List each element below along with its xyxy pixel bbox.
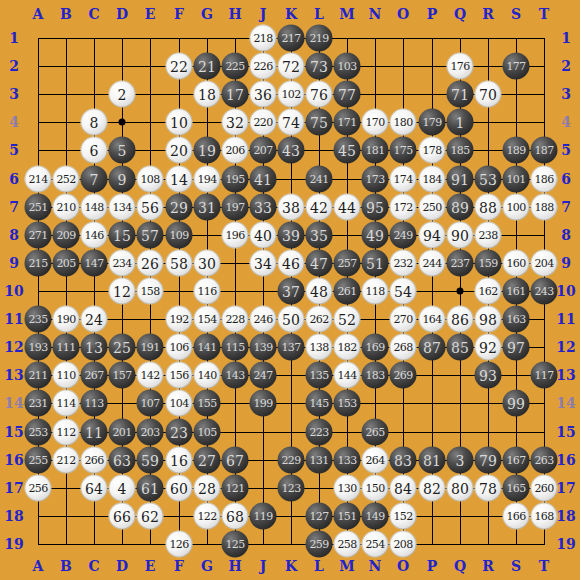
- stone-move-number: 263: [534, 455, 553, 466]
- black-stone[interactable]: 243: [531, 278, 558, 305]
- stone-move-number: 266: [84, 455, 103, 466]
- white-stone[interactable]: 264: [362, 447, 389, 474]
- black-stone[interactable]: 263: [531, 447, 558, 474]
- white-stone[interactable]: 66: [109, 503, 136, 530]
- white-stone[interactable]: 266: [81, 447, 108, 474]
- black-stone[interactable]: 217: [278, 25, 305, 52]
- column-label-top: G: [201, 6, 213, 22]
- black-stone[interactable]: 187: [531, 137, 558, 164]
- black-stone[interactable]: 237: [447, 250, 474, 277]
- white-stone[interactable]: 270: [390, 306, 417, 333]
- white-stone[interactable]: 74: [278, 109, 305, 136]
- white-stone[interactable]: 94: [419, 222, 446, 249]
- go-board[interactable]: AABBCCDDEEFFGGHHJJKKLLMMNNOOPPQQRRSSTT11…: [0, 0, 580, 580]
- white-stone[interactable]: 212: [53, 447, 80, 474]
- black-stone[interactable]: 255: [25, 447, 52, 474]
- stone-move-number: 122: [197, 511, 216, 522]
- stone-move-number: 4: [118, 481, 127, 495]
- white-stone[interactable]: 112: [53, 419, 80, 446]
- black-stone[interactable]: 175: [390, 137, 417, 164]
- white-stone[interactable]: 58: [166, 250, 193, 277]
- black-stone[interactable]: 131: [306, 447, 333, 474]
- row-label-right: 13: [556, 367, 575, 383]
- black-stone[interactable]: 75: [306, 109, 333, 136]
- white-stone[interactable]: 138: [306, 334, 333, 361]
- black-stone[interactable]: 85: [447, 334, 474, 361]
- black-stone[interactable]: 205: [53, 250, 80, 277]
- white-stone[interactable]: 102: [278, 81, 305, 108]
- black-stone[interactable]: 91: [447, 166, 474, 193]
- white-stone[interactable]: 22: [166, 53, 193, 80]
- black-stone[interactable]: 153: [334, 390, 361, 417]
- column-label-top: O: [397, 6, 409, 22]
- white-stone[interactable]: 6: [81, 137, 108, 164]
- stone-move-number: 66: [113, 509, 131, 523]
- column-label-bottom: C: [88, 558, 99, 574]
- white-stone[interactable]: 106: [166, 334, 193, 361]
- black-stone[interactable]: 223: [306, 419, 333, 446]
- white-stone[interactable]: 208: [390, 531, 417, 558]
- white-stone[interactable]: 182: [334, 334, 361, 361]
- stone-move-number: 77: [338, 87, 356, 101]
- stone-move-number: 209: [56, 230, 75, 241]
- stone-move-number: 187: [534, 145, 553, 156]
- black-stone[interactable]: 25: [109, 334, 136, 361]
- stone-move-number: 246: [253, 314, 272, 325]
- white-stone[interactable]: 140: [194, 362, 221, 389]
- white-stone[interactable]: 52: [334, 306, 361, 333]
- black-stone[interactable]: 15: [109, 222, 136, 249]
- white-stone[interactable]: 16: [166, 447, 193, 474]
- black-stone[interactable]: 271: [25, 222, 52, 249]
- white-stone[interactable]: 56: [137, 194, 164, 221]
- stone-move-number: 141: [197, 342, 216, 353]
- black-stone[interactable]: 269: [390, 362, 417, 389]
- black-stone[interactable]: 17: [222, 81, 249, 108]
- stone-move-number: 121: [225, 483, 244, 494]
- white-stone[interactable]: 10: [166, 109, 193, 136]
- black-stone[interactable]: 203: [137, 419, 164, 446]
- black-stone[interactable]: 225: [222, 53, 249, 80]
- white-stone[interactable]: 180: [390, 109, 417, 136]
- white-stone[interactable]: 100: [503, 194, 530, 221]
- white-stone[interactable]: 62: [137, 503, 164, 530]
- black-stone[interactable]: 71: [447, 81, 474, 108]
- black-stone[interactable]: 163: [503, 306, 530, 333]
- black-stone[interactable]: 119: [250, 503, 277, 530]
- black-stone[interactable]: 133: [334, 447, 361, 474]
- stone-move-number: 90: [451, 228, 469, 242]
- black-stone[interactable]: 45: [334, 137, 361, 164]
- row-label-right: 5: [561, 142, 571, 158]
- stone-move-number: 137: [281, 342, 300, 353]
- black-stone[interactable]: 57: [137, 222, 164, 249]
- white-stone[interactable]: 186: [531, 166, 558, 193]
- black-stone[interactable]: 173: [362, 166, 389, 193]
- black-stone[interactable]: 79: [475, 447, 502, 474]
- stone-move-number: 247: [253, 370, 272, 381]
- stone-move-number: 25: [113, 340, 131, 354]
- white-stone[interactable]: 8: [81, 109, 108, 136]
- white-stone[interactable]: 98: [475, 306, 502, 333]
- black-stone[interactable]: 77: [334, 81, 361, 108]
- white-stone[interactable]: 262: [306, 306, 333, 333]
- black-stone[interactable]: 127: [306, 503, 333, 530]
- white-stone[interactable]: 30: [194, 250, 221, 277]
- black-stone[interactable]: 181: [362, 137, 389, 164]
- black-stone[interactable]: 261: [334, 278, 361, 305]
- stone-move-number: 86: [451, 312, 469, 326]
- row-label-left: 8: [9, 227, 19, 243]
- black-stone[interactable]: 125: [222, 531, 249, 558]
- white-stone[interactable]: 154: [194, 306, 221, 333]
- black-stone[interactable]: 81: [419, 447, 446, 474]
- column-label-top: B: [60, 6, 72, 22]
- black-stone[interactable]: 93: [475, 362, 502, 389]
- black-stone[interactable]: 39: [278, 222, 305, 249]
- white-stone[interactable]: 14: [166, 166, 193, 193]
- white-stone[interactable]: 116: [194, 278, 221, 305]
- white-stone[interactable]: 246: [250, 306, 277, 333]
- black-stone[interactable]: 251: [25, 194, 52, 221]
- white-stone[interactable]: 206: [222, 137, 249, 164]
- white-stone[interactable]: 36: [250, 81, 277, 108]
- white-stone[interactable]: 170: [362, 109, 389, 136]
- stone-move-number: 197: [225, 202, 244, 213]
- black-stone[interactable]: 109: [166, 222, 193, 249]
- stone-move-number: 151: [337, 511, 356, 522]
- white-stone[interactable]: 144: [334, 362, 361, 389]
- black-stone[interactable]: 265: [362, 419, 389, 446]
- black-stone[interactable]: 139: [250, 334, 277, 361]
- black-stone[interactable]: 219: [306, 25, 333, 52]
- black-stone[interactable]: 43: [278, 137, 305, 164]
- black-stone[interactable]: 185: [447, 137, 474, 164]
- white-stone[interactable]: 238: [475, 222, 502, 249]
- white-stone[interactable]: 194: [194, 166, 221, 193]
- white-stone[interactable]: 76: [306, 81, 333, 108]
- white-stone[interactable]: 68: [222, 503, 249, 530]
- black-stone[interactable]: 247: [250, 362, 277, 389]
- black-stone[interactable]: 201: [109, 419, 136, 446]
- white-stone[interactable]: 2: [109, 81, 136, 108]
- row-label-right: 10: [556, 283, 575, 299]
- white-stone[interactable]: 176: [447, 53, 474, 80]
- white-stone[interactable]: 84: [390, 475, 417, 502]
- stone-move-number: 171: [337, 117, 356, 128]
- white-stone[interactable]: 252: [53, 166, 80, 193]
- white-stone[interactable]: 166: [503, 503, 530, 530]
- black-stone[interactable]: 33: [250, 194, 277, 221]
- white-stone[interactable]: 220: [250, 109, 277, 136]
- black-stone[interactable]: 191: [137, 334, 164, 361]
- stone-move-number: 158: [140, 286, 159, 297]
- column-label-top: F: [174, 6, 184, 22]
- black-stone[interactable]: 147: [81, 250, 108, 277]
- black-stone[interactable]: 27: [194, 447, 221, 474]
- white-stone[interactable]: 164: [419, 306, 446, 333]
- white-stone[interactable]: 204: [531, 250, 558, 277]
- black-stone[interactable]: 19: [194, 137, 221, 164]
- black-stone[interactable]: 1: [447, 109, 474, 136]
- black-stone[interactable]: 169: [362, 334, 389, 361]
- stone-move-number: 112: [56, 427, 75, 438]
- black-stone[interactable]: 111: [53, 334, 80, 361]
- white-stone[interactable]: 34: [250, 250, 277, 277]
- black-stone[interactable]: 53: [475, 166, 502, 193]
- black-stone[interactable]: 63: [109, 447, 136, 474]
- white-stone[interactable]: 70: [475, 81, 502, 108]
- stone-move-number: 95: [366, 200, 384, 214]
- black-stone[interactable]: 157: [109, 362, 136, 389]
- white-stone[interactable]: 168: [531, 503, 558, 530]
- black-stone[interactable]: 143: [222, 362, 249, 389]
- black-stone[interactable]: 197: [222, 194, 249, 221]
- white-stone[interactable]: 104: [166, 390, 193, 417]
- black-stone[interactable]: 199: [250, 390, 277, 417]
- stone-move-number: 212: [56, 455, 75, 466]
- black-stone[interactable]: 87: [419, 334, 446, 361]
- white-stone[interactable]: 162: [475, 278, 502, 305]
- black-stone[interactable]: 35: [306, 222, 333, 249]
- black-stone[interactable]: 117: [531, 362, 558, 389]
- white-stone[interactable]: 46: [278, 250, 305, 277]
- white-stone[interactable]: 210: [53, 194, 80, 221]
- black-stone[interactable]: 97: [503, 334, 530, 361]
- white-stone[interactable]: 114: [53, 390, 80, 417]
- white-stone[interactable]: 40: [250, 222, 277, 249]
- black-stone[interactable]: 101: [503, 166, 530, 193]
- white-stone[interactable]: 26: [137, 250, 164, 277]
- white-stone[interactable]: 38: [278, 194, 305, 221]
- white-stone[interactable]: 50: [278, 306, 305, 333]
- white-stone[interactable]: 268: [390, 334, 417, 361]
- white-stone[interactable]: 86: [447, 306, 474, 333]
- stone-move-number: 84: [394, 481, 412, 495]
- white-stone[interactable]: 244: [419, 250, 446, 277]
- black-stone[interactable]: 141: [194, 334, 221, 361]
- white-stone[interactable]: 44: [334, 194, 361, 221]
- stone-move-number: 18: [198, 87, 216, 101]
- black-stone[interactable]: 59: [137, 447, 164, 474]
- black-stone[interactable]: 103: [334, 53, 361, 80]
- black-stone[interactable]: 113: [81, 390, 108, 417]
- black-stone[interactable]: 37: [278, 278, 305, 305]
- white-stone[interactable]: 156: [166, 362, 193, 389]
- stone-move-number: 154: [197, 314, 216, 325]
- black-stone[interactable]: 249: [390, 222, 417, 249]
- white-stone[interactable]: 148: [81, 194, 108, 221]
- stone-move-number: 237: [450, 258, 469, 269]
- white-stone[interactable]: 152: [390, 503, 417, 530]
- stone-move-number: 210: [56, 202, 75, 213]
- white-stone[interactable]: 42: [306, 194, 333, 221]
- white-stone[interactable]: 158: [137, 278, 164, 305]
- white-stone[interactable]: 18: [194, 81, 221, 108]
- white-stone[interactable]: 228: [222, 306, 249, 333]
- stone-move-number: 23: [170, 425, 188, 439]
- black-stone[interactable]: 161: [503, 278, 530, 305]
- black-stone[interactable]: 21: [194, 53, 221, 80]
- white-stone[interactable]: 108: [137, 166, 164, 193]
- white-stone[interactable]: 110: [53, 362, 80, 389]
- black-stone[interactable]: 231: [25, 390, 52, 417]
- white-stone[interactable]: 192: [166, 306, 193, 333]
- white-stone[interactable]: 214: [25, 166, 52, 193]
- white-stone[interactable]: 32: [222, 109, 249, 136]
- white-stone[interactable]: 64: [81, 475, 108, 502]
- black-stone[interactable]: 121: [222, 475, 249, 502]
- black-stone[interactable]: 47: [306, 250, 333, 277]
- black-stone[interactable]: 155: [194, 390, 221, 417]
- black-stone[interactable]: 151: [334, 503, 361, 530]
- black-stone[interactable]: 49: [362, 222, 389, 249]
- white-stone[interactable]: 218: [250, 25, 277, 52]
- white-stone[interactable]: 12: [109, 278, 136, 305]
- white-stone[interactable]: 126: [166, 531, 193, 558]
- white-stone[interactable]: 172: [390, 194, 417, 221]
- white-stone[interactable]: 174: [390, 166, 417, 193]
- stone-move-number: 199: [253, 398, 272, 409]
- stone-move-number: 118: [365, 286, 384, 297]
- stone-move-number: 223: [309, 427, 328, 438]
- black-stone[interactable]: 67: [222, 447, 249, 474]
- white-stone[interactable]: 258: [334, 531, 361, 558]
- black-stone[interactable]: 7: [81, 166, 108, 193]
- white-stone[interactable]: 150: [362, 475, 389, 502]
- white-stone[interactable]: 48: [306, 278, 333, 305]
- black-stone[interactable]: 195: [222, 166, 249, 193]
- black-stone[interactable]: 253: [25, 419, 52, 446]
- black-stone[interactable]: 95: [362, 194, 389, 221]
- stone-move-number: 76: [310, 87, 328, 101]
- black-stone[interactable]: 9: [109, 166, 136, 193]
- white-stone[interactable]: 72: [278, 53, 305, 80]
- white-stone[interactable]: 80: [447, 475, 474, 502]
- white-stone[interactable]: 234: [109, 250, 136, 277]
- stone-move-number: 29: [170, 200, 188, 214]
- black-stone[interactable]: 171: [334, 109, 361, 136]
- white-stone[interactable]: 28: [194, 475, 221, 502]
- black-stone[interactable]: 5: [109, 137, 136, 164]
- black-stone[interactable]: 145: [306, 390, 333, 417]
- black-stone[interactable]: 123: [278, 475, 305, 502]
- black-stone[interactable]: 89: [447, 194, 474, 221]
- white-stone[interactable]: 188: [531, 194, 558, 221]
- row-label-right: 15: [556, 424, 575, 440]
- black-stone[interactable]: 215: [25, 250, 52, 277]
- black-stone[interactable]: 267: [81, 362, 108, 389]
- white-stone[interactable]: 54: [390, 278, 417, 305]
- black-stone[interactable]: 83: [390, 447, 417, 474]
- white-stone[interactable]: 134: [109, 194, 136, 221]
- white-stone[interactable]: 88: [475, 194, 502, 221]
- white-stone[interactable]: 142: [137, 362, 164, 389]
- black-stone[interactable]: 209: [53, 222, 80, 249]
- black-stone[interactable]: 99: [503, 390, 530, 417]
- white-stone[interactable]: 122: [194, 503, 221, 530]
- white-stone[interactable]: 92: [475, 334, 502, 361]
- black-stone[interactable]: 259: [306, 531, 333, 558]
- white-stone[interactable]: 254: [362, 531, 389, 558]
- black-stone[interactable]: 235: [25, 306, 52, 333]
- black-stone[interactable]: 241: [306, 166, 333, 193]
- black-stone[interactable]: 107: [137, 390, 164, 417]
- black-stone[interactable]: 165: [503, 475, 530, 502]
- black-stone[interactable]: 137: [278, 334, 305, 361]
- white-stone[interactable]: 178: [419, 137, 446, 164]
- white-stone[interactable]: 146: [81, 222, 108, 249]
- white-stone[interactable]: 184: [419, 166, 446, 193]
- black-stone[interactable]: 61: [137, 475, 164, 502]
- row-label-right: 1: [561, 30, 571, 46]
- black-stone[interactable]: 179: [419, 109, 446, 136]
- white-stone[interactable]: 118: [362, 278, 389, 305]
- white-stone[interactable]: 78: [475, 475, 502, 502]
- stone-move-number: 166: [506, 511, 525, 522]
- stone-move-number: 75: [310, 115, 328, 129]
- white-stone[interactable]: 232: [390, 250, 417, 277]
- black-stone[interactable]: 189: [503, 137, 530, 164]
- stone-move-number: 130: [337, 483, 356, 494]
- black-stone[interactable]: 159: [475, 250, 502, 277]
- stone-move-number: 70: [479, 87, 497, 101]
- grid-line-horizontal: [38, 544, 545, 545]
- white-stone[interactable]: 130: [334, 475, 361, 502]
- column-label-top: H: [228, 6, 241, 22]
- white-stone[interactable]: 260: [531, 475, 558, 502]
- white-stone[interactable]: 256: [25, 475, 52, 502]
- white-stone[interactable]: 90: [447, 222, 474, 249]
- white-stone[interactable]: 20: [166, 137, 193, 164]
- white-stone[interactable]: 196: [222, 222, 249, 249]
- black-stone[interactable]: 23: [166, 419, 193, 446]
- black-stone[interactable]: 211: [25, 362, 52, 389]
- black-stone[interactable]: 229: [278, 447, 305, 474]
- white-stone[interactable]: 250: [419, 194, 446, 221]
- white-stone[interactable]: 24: [81, 306, 108, 333]
- black-stone[interactable]: 257: [334, 250, 361, 277]
- black-stone[interactable]: 149: [362, 503, 389, 530]
- black-stone[interactable]: 115: [222, 334, 249, 361]
- black-stone[interactable]: 193: [25, 334, 52, 361]
- row-label-right: 18: [556, 508, 575, 524]
- black-stone[interactable]: 177: [503, 53, 530, 80]
- black-stone[interactable]: 73: [306, 53, 333, 80]
- stone-move-number: 257: [337, 258, 356, 269]
- black-stone[interactable]: 31: [194, 194, 221, 221]
- black-stone[interactable]: 41: [250, 166, 277, 193]
- black-stone[interactable]: 135: [306, 362, 333, 389]
- white-stone[interactable]: 82: [419, 475, 446, 502]
- black-stone[interactable]: 11: [81, 419, 108, 446]
- black-stone[interactable]: 51: [362, 250, 389, 277]
- white-stone[interactable]: 60: [166, 475, 193, 502]
- white-stone[interactable]: 160: [503, 250, 530, 277]
- stone-move-number: 13: [85, 340, 103, 354]
- black-stone[interactable]: 105: [194, 419, 221, 446]
- white-stone[interactable]: 4: [109, 475, 136, 502]
- black-stone[interactable]: 207: [250, 137, 277, 164]
- black-stone[interactable]: 167: [503, 447, 530, 474]
- black-stone[interactable]: 183: [362, 362, 389, 389]
- black-stone[interactable]: 3: [447, 447, 474, 474]
- star-point: [119, 119, 126, 126]
- black-stone[interactable]: 13: [81, 334, 108, 361]
- white-stone[interactable]: 190: [53, 306, 80, 333]
- white-stone[interactable]: 226: [250, 53, 277, 80]
- black-stone[interactable]: 29: [166, 194, 193, 221]
